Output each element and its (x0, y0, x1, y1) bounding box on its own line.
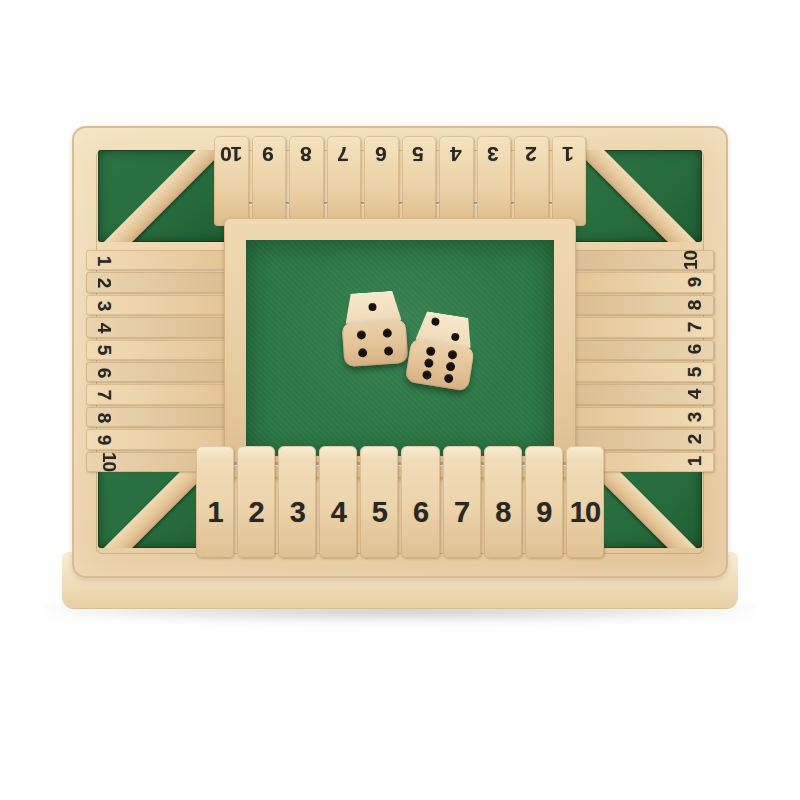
shut-the-box-photo: 10987654321 12345678910 10987654321 1234… (0, 0, 800, 800)
tile-row-west: 12345678910 (86, 250, 242, 472)
die-pip (422, 370, 432, 380)
tile-east-6[interactable]: 6 (558, 340, 714, 360)
tile-number: 10 (221, 144, 242, 165)
tile-west-7[interactable]: 7 (86, 384, 242, 404)
die-2[interactable] (405, 309, 480, 391)
tile-south-4[interactable]: 4 (319, 446, 357, 558)
tile-south-6[interactable]: 6 (401, 446, 439, 558)
tile-south-2[interactable]: 2 (237, 446, 275, 558)
tile-number: 1 (95, 255, 114, 265)
tile-south-7[interactable]: 7 (443, 446, 481, 558)
tile-number: 1 (563, 144, 574, 165)
tile-number: 2 (249, 498, 264, 527)
tile-south-1[interactable]: 1 (196, 446, 234, 558)
tile-north-9[interactable]: 9 (252, 136, 287, 226)
die-1[interactable] (340, 290, 409, 367)
corner-divider (570, 150, 702, 242)
tile-west-8[interactable]: 8 (86, 407, 242, 427)
tile-north-8[interactable]: 8 (289, 136, 324, 226)
tile-west-3[interactable]: 3 (86, 295, 242, 315)
tile-number: 5 (372, 498, 387, 527)
tile-number: 9 (536, 498, 551, 527)
tile-west-5[interactable]: 5 (86, 340, 242, 360)
tile-north-5[interactable]: 5 (402, 136, 437, 226)
tile-number: 7 (686, 323, 705, 333)
tile-south-8[interactable]: 8 (484, 446, 522, 558)
tile-south-10[interactable]: 10 (566, 446, 604, 558)
tile-north-7[interactable]: 7 (327, 136, 362, 226)
die-pip (384, 346, 394, 356)
tile-number: 4 (331, 498, 346, 527)
tile-north-10[interactable]: 10 (214, 136, 249, 226)
tile-south-5[interactable]: 5 (360, 446, 398, 558)
tile-row-east: 10987654321 (558, 250, 714, 472)
corner-divider (98, 150, 230, 242)
tile-number: 6 (95, 367, 114, 377)
tile-number: 7 (95, 390, 114, 400)
tile-west-6[interactable]: 6 (86, 362, 242, 382)
tile-north-4[interactable]: 4 (439, 136, 474, 226)
tile-west-2[interactable]: 2 (86, 272, 242, 292)
tile-north-6[interactable]: 6 (364, 136, 399, 226)
die-pip (431, 317, 440, 326)
tile-number: 10 (100, 452, 119, 471)
tile-number: 6 (686, 345, 705, 355)
tile-number: 4 (95, 323, 114, 333)
tile-north-2[interactable]: 2 (514, 136, 549, 226)
tile-number: 9 (686, 278, 705, 288)
tile-number: 6 (376, 144, 387, 165)
die-pip (443, 374, 453, 384)
tile-number: 5 (686, 367, 705, 377)
tile-number: 3 (488, 144, 499, 165)
corner-felt-top-right (570, 150, 702, 242)
tile-south-9[interactable]: 9 (525, 446, 563, 558)
tile-south-3[interactable]: 3 (278, 446, 316, 558)
tile-number: 2 (95, 278, 114, 288)
die-pip (447, 349, 457, 359)
die-pip (357, 330, 367, 340)
tile-number: 5 (413, 144, 424, 165)
die-1-front-face (342, 319, 409, 367)
tile-number: 8 (686, 300, 705, 310)
die-pip (382, 328, 392, 338)
die-pip (368, 303, 377, 312)
tile-east-5[interactable]: 5 (558, 362, 714, 382)
tile-number: 3 (686, 412, 705, 422)
tile-east-4[interactable]: 4 (558, 384, 714, 404)
tile-east-7[interactable]: 7 (558, 317, 714, 337)
tile-east-10[interactable]: 10 (558, 250, 714, 270)
tile-number: 7 (338, 144, 349, 165)
tile-east-8[interactable]: 8 (558, 295, 714, 315)
tile-number: 1 (686, 457, 705, 467)
tile-number: 7 (454, 498, 469, 527)
tile-number: 8 (301, 144, 312, 165)
tile-number: 4 (686, 390, 705, 400)
tile-number: 10 (570, 498, 600, 527)
tile-row-north: 10987654321 (214, 136, 586, 226)
tile-number: 2 (526, 144, 537, 165)
tile-number: 8 (95, 412, 114, 422)
tile-number: 5 (95, 345, 114, 355)
tile-number: 10 (681, 251, 700, 270)
tile-number: 2 (686, 435, 705, 445)
tile-number: 9 (95, 435, 114, 445)
tile-number: 3 (290, 498, 305, 527)
tile-west-4[interactable]: 4 (86, 317, 242, 337)
tile-number: 8 (495, 498, 510, 527)
tile-number: 4 (451, 144, 462, 165)
die-pip (445, 361, 455, 371)
die-pip (358, 348, 368, 358)
tile-number: 3 (95, 300, 114, 310)
tile-number: 6 (413, 498, 428, 527)
die-pip (451, 332, 460, 341)
die-pip (426, 346, 436, 356)
die-pip (424, 358, 434, 368)
tile-east-9[interactable]: 9 (558, 272, 714, 292)
tile-west-1[interactable]: 1 (86, 250, 242, 270)
tile-number: 1 (207, 498, 222, 527)
corner-felt-top-left (98, 150, 230, 242)
tile-north-3[interactable]: 3 (477, 136, 512, 226)
tile-number: 9 (263, 144, 274, 165)
tile-row-south: 12345678910 (196, 446, 604, 558)
tile-north-1[interactable]: 1 (552, 136, 587, 226)
tile-east-3[interactable]: 3 (558, 407, 714, 427)
